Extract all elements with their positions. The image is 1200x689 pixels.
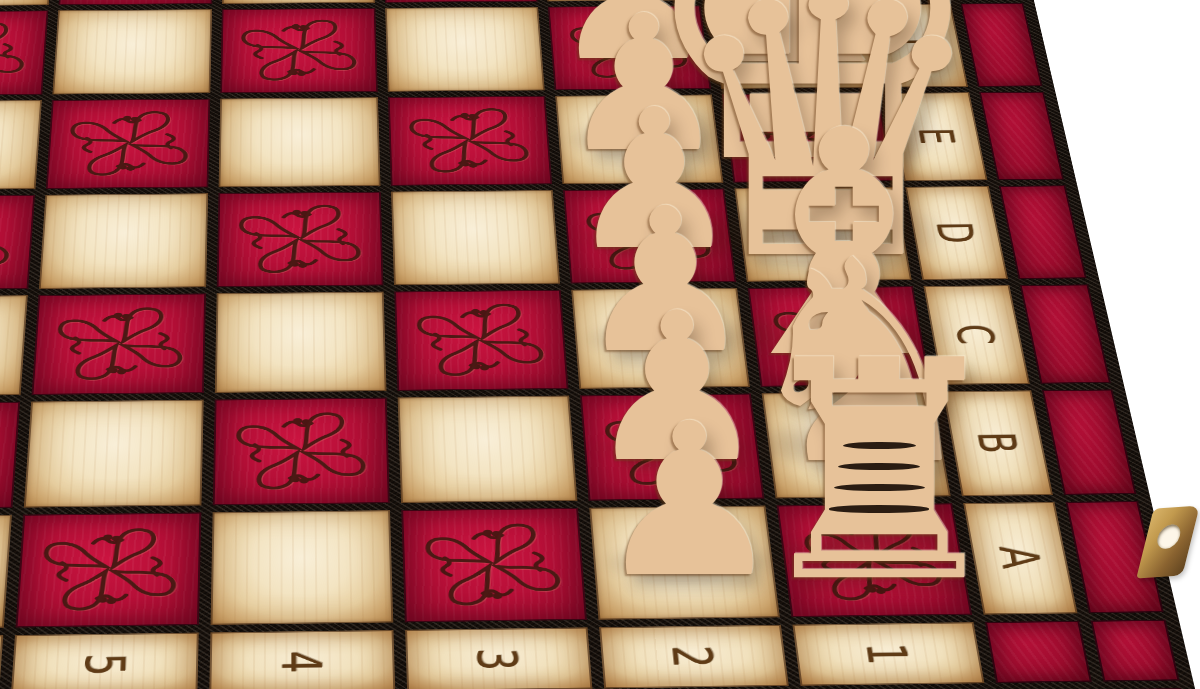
rank-label-1: 1	[792, 622, 984, 686]
frame-cell	[960, 3, 1042, 87]
square-d1[interactable]	[734, 187, 911, 282]
square-f5[interactable]	[52, 9, 212, 94]
coordinate-number: 5	[73, 653, 138, 676]
carved-x-ornament	[404, 297, 557, 384]
carved-x-ornament	[230, 14, 368, 87]
board-plane: HGFEDCBA87654321	[0, 0, 1200, 689]
square-f4[interactable]	[220, 8, 377, 93]
square-f6[interactable]	[0, 10, 48, 95]
square-g2[interactable]	[541, 0, 700, 1]
square-c5[interactable]	[32, 293, 206, 395]
square-b2[interactable]	[580, 393, 764, 500]
rank-label-2: 2	[599, 625, 789, 689]
square-a5[interactable]	[16, 512, 202, 627]
square-g3[interactable]	[382, 0, 537, 3]
carved-x-ornament	[42, 300, 195, 387]
rank-label-5: 5	[11, 633, 199, 689]
carved-x-ornament	[591, 401, 753, 493]
frame-cell	[985, 621, 1092, 683]
coordinate-letter: E	[908, 128, 966, 145]
carved-x-ornament	[412, 516, 575, 615]
square-g6[interactable]	[0, 0, 54, 6]
square-f1[interactable]	[710, 4, 877, 89]
square-b4[interactable]	[213, 398, 390, 506]
file-label-e: E	[888, 92, 988, 181]
square-d6[interactable]	[0, 195, 35, 291]
square-a6[interactable]	[0, 515, 12, 630]
file-label-c: C	[923, 285, 1029, 385]
square-a2[interactable]	[589, 506, 780, 620]
carved-x-ornament	[227, 198, 373, 280]
coordinate-letter: D	[926, 221, 986, 243]
square-a3[interactable]	[401, 508, 587, 623]
coordinate-letter: B	[965, 431, 1029, 453]
square-a4[interactable]	[211, 510, 394, 625]
square-e6[interactable]	[0, 100, 42, 190]
chess-board: HGFEDCBA87654321	[0, 0, 1200, 689]
square-c4[interactable]	[215, 292, 387, 393]
carved-x-ornament	[0, 16, 39, 90]
rank-label-6: 6	[0, 635, 3, 689]
coordinate-number: 3	[466, 647, 531, 670]
square-c6[interactable]	[0, 295, 28, 397]
square-d2[interactable]	[563, 188, 736, 283]
square-g5[interactable]	[59, 0, 214, 5]
square-e5[interactable]	[46, 99, 210, 189]
frame-cell	[979, 92, 1064, 180]
rank-label-3: 3	[405, 627, 592, 689]
carved-x-ornament	[758, 293, 919, 380]
coordinate-number: 4	[270, 650, 334, 673]
square-c2[interactable]	[571, 288, 750, 389]
frame-cell	[1042, 389, 1136, 495]
carved-x-ornament	[224, 405, 379, 498]
rank-label-4: 4	[209, 630, 395, 689]
square-e4[interactable]	[219, 97, 381, 187]
coordinate-letter: C	[945, 324, 1007, 345]
carved-x-ornament	[732, 99, 883, 176]
square-b6[interactable]	[0, 402, 20, 510]
carved-x-ornament	[557, 11, 701, 84]
frame-cell	[1091, 620, 1180, 682]
carved-x-ornament	[56, 105, 201, 183]
carved-x-ornament	[573, 195, 725, 277]
square-d4[interactable]	[217, 192, 384, 287]
square-e3[interactable]	[388, 96, 552, 186]
square-b3[interactable]	[398, 396, 578, 504]
carved-x-ornament	[27, 520, 190, 619]
square-e2[interactable]	[555, 94, 723, 184]
frame-cell	[999, 185, 1087, 279]
coordinate-number: 1	[855, 642, 922, 665]
file-label-f: F	[872, 4, 968, 88]
square-b1[interactable]	[762, 391, 951, 498]
square-d3[interactable]	[391, 190, 560, 285]
carved-x-ornament	[398, 102, 542, 179]
square-e1[interactable]	[722, 93, 894, 183]
file-label-d: D	[905, 186, 1008, 280]
square-c3[interactable]	[394, 290, 568, 391]
carved-x-ornament	[0, 201, 25, 283]
square-d5[interactable]	[39, 193, 208, 289]
coordinate-letter: F	[891, 38, 947, 53]
file-label-b: B	[943, 390, 1053, 496]
carved-x-ornament	[0, 409, 9, 502]
square-c1[interactable]	[748, 286, 931, 387]
carved-x-ornament	[788, 511, 960, 609]
square-f3[interactable]	[385, 7, 545, 92]
square-f2[interactable]	[548, 6, 711, 91]
coordinate-number: 2	[661, 645, 727, 668]
file-label-a: A	[963, 502, 1077, 615]
coordinate-letter: A	[987, 546, 1053, 570]
hinge-hole	[1155, 524, 1183, 550]
square-g4[interactable]	[222, 0, 375, 4]
square-a1[interactable]	[777, 503, 973, 617]
frame-cell	[1020, 284, 1111, 383]
photo-stage: HGFEDCBA87654321 ♝♟♚♟♛♟♝♟♞♟♜♟	[0, 0, 1200, 689]
square-b5[interactable]	[24, 400, 204, 508]
